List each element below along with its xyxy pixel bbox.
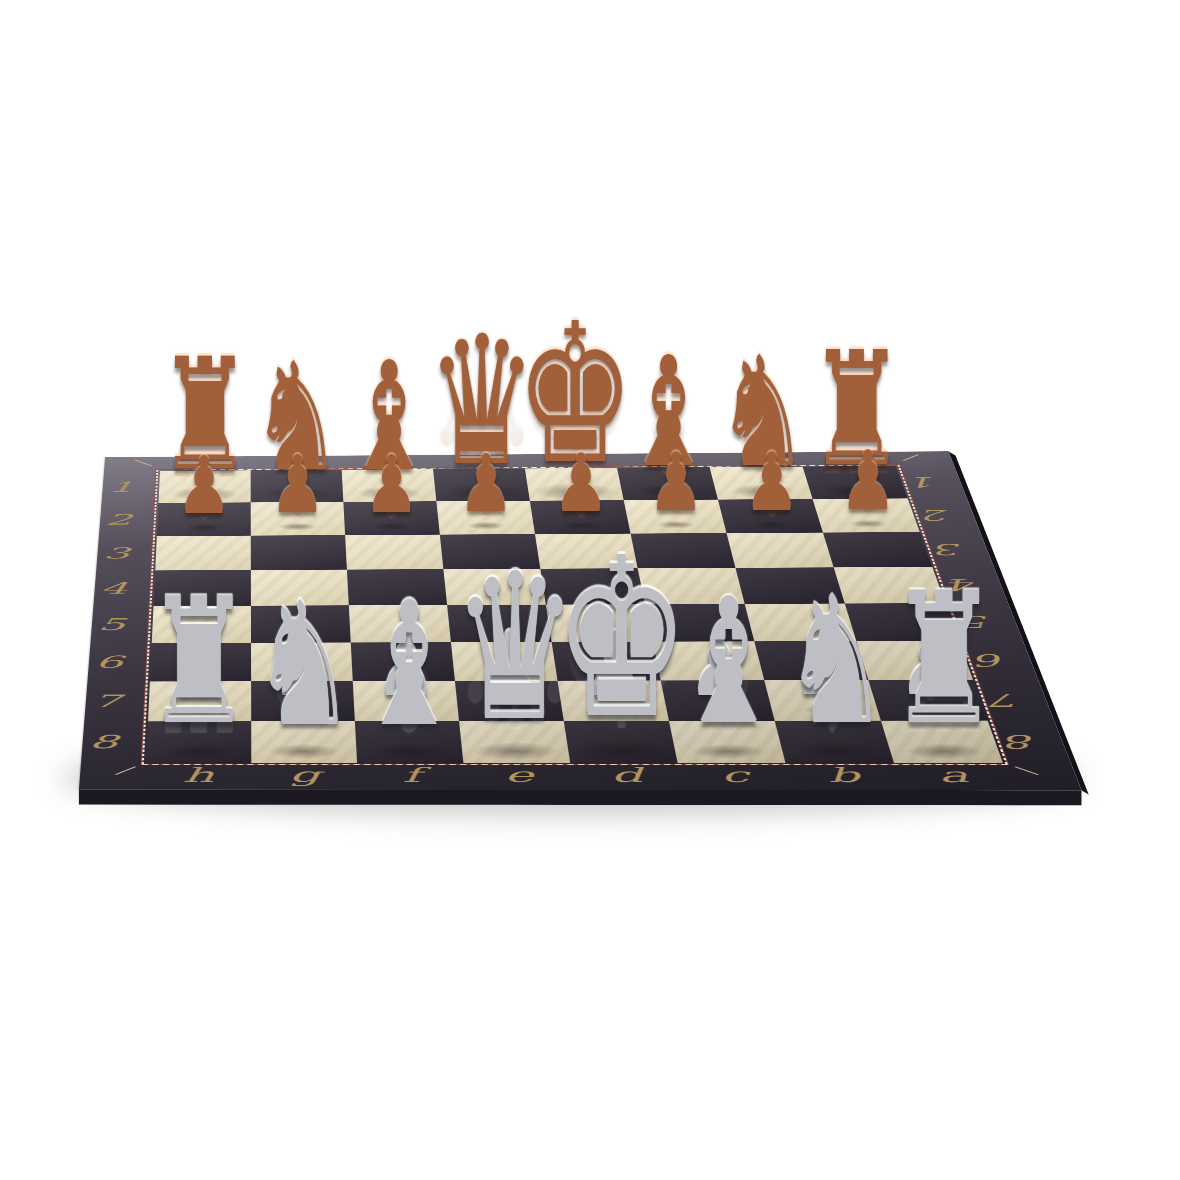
rank-label-left-5: 5 [87,616,135,632]
square-h1 [158,470,250,503]
square-d7 [558,680,669,721]
square-g3 [251,535,347,570]
square-b4 [735,567,844,604]
square-e7 [455,681,564,721]
rank-label-left-2: 2 [96,512,142,527]
corner-arrow-tick-3 [115,766,136,774]
rank-label-left-8: 8 [78,733,129,751]
square-d5 [546,604,653,642]
file-label-a: a [916,765,988,785]
square-h2 [157,502,251,536]
square-c8 [669,721,786,763]
file-label-e: e [485,765,552,785]
square-d6 [552,642,661,681]
file-label-h: h [166,765,230,785]
square-f3 [345,535,443,570]
square-b1 [710,467,813,500]
square-b3 [727,533,834,568]
square-c6 [653,641,765,680]
square-b2 [718,499,823,533]
file-label-b: b [808,765,879,785]
square-b8 [775,721,894,763]
square-a6 [856,641,973,680]
square-d1 [525,468,624,501]
square-g4 [251,570,349,606]
square-a8 [881,721,1003,763]
square-g6 [251,642,353,681]
square-e5 [447,605,551,643]
square-c3 [631,533,736,568]
square-d8 [564,721,678,763]
square-e1 [433,469,530,502]
square-a7 [868,680,987,721]
file-label-c: c [700,765,770,785]
square-h3 [155,536,251,571]
square-e4 [443,569,545,605]
square-g8 [251,721,357,763]
corner-arrow-tick-2 [1014,766,1038,775]
square-f1 [342,469,437,502]
rank-label-left-1: 1 [99,480,144,494]
square-h7 [148,681,251,721]
square-f5 [349,605,451,643]
product-photo-scene: 1122334455667788hgfedcba ♜♜♞♞♝♝♛♛♚♚♝♝♞♞♜… [0,0,1180,1180]
square-g1 [251,470,344,503]
square-e8 [459,721,570,763]
chess-board: 1122334455667788hgfedcba [79,451,1082,790]
square-g7 [251,681,355,721]
square-c1 [617,467,718,500]
square-f7 [353,681,459,721]
square-h5 [152,606,251,643]
square-a2 [813,498,920,532]
square-g2 [251,502,345,536]
rank-label-left-7: 7 [81,693,131,711]
square-d3 [535,534,638,569]
square-d4 [540,568,645,604]
square-g5 [251,605,351,642]
square-f4 [347,569,447,605]
square-f2 [343,501,439,535]
square-c4 [638,568,745,604]
square-h6 [150,643,251,682]
board-grid [146,466,1003,763]
square-h8 [146,721,251,763]
square-f6 [351,642,455,681]
corner-arrow-tick-1 [902,454,918,460]
square-a3 [823,532,932,567]
corner-arrow-tick-0 [135,460,153,466]
square-a4 [834,567,946,604]
square-c7 [661,680,775,721]
square-c2 [624,500,727,534]
square-h4 [154,570,251,606]
square-a1 [803,466,908,499]
square-a5 [845,603,959,641]
square-e3 [440,534,540,569]
square-c5 [645,604,754,642]
square-e6 [451,642,558,681]
file-label-f: f [378,765,444,785]
square-b7 [764,680,881,721]
square-d2 [530,500,631,534]
rank-label-left-4: 4 [90,580,137,596]
square-b5 [745,604,857,642]
file-label-d: d [592,765,660,785]
square-e2 [436,501,535,535]
rank-label-left-3: 3 [93,546,139,561]
square-b6 [754,641,868,680]
square-f8 [355,721,464,763]
rank-label-left-6: 6 [84,654,133,671]
file-label-g: g [272,765,336,785]
